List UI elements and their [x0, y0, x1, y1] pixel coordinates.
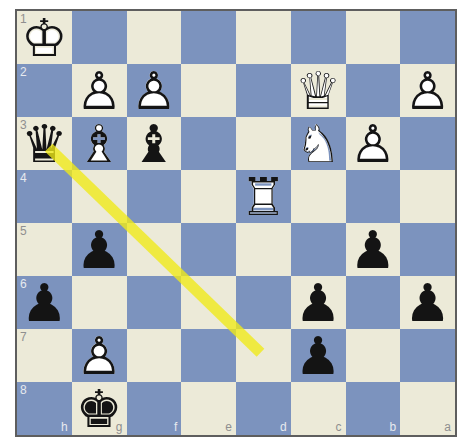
white-pawn-icon[interactable]: ♟♙	[400, 64, 455, 117]
square-b8[interactable]: b	[346, 382, 401, 435]
square-c3[interactable]: ♞♘	[291, 117, 346, 170]
chess-board: 1♚♔2♟♙♟♙♛♕♟♙3♛♝♗♝♞♘♟♙4♜♖5♟♟6♟♟♟7♟♙♟8hg♚f…	[15, 9, 457, 437]
square-g7[interactable]: ♟♙	[72, 329, 127, 382]
square-h3[interactable]: 3♛	[17, 117, 72, 170]
square-h1[interactable]: 1♚♔	[17, 11, 72, 64]
square-e7[interactable]	[181, 329, 236, 382]
square-h8[interactable]: 8h	[17, 382, 72, 435]
white-pawn-icon[interactable]: ♟♙	[127, 64, 182, 117]
square-d5[interactable]	[236, 223, 291, 276]
black-pawn-icon[interactable]: ♟	[291, 276, 346, 329]
file-label-e: e	[225, 421, 232, 433]
file-label-f: f	[174, 421, 177, 433]
square-g6[interactable]	[72, 276, 127, 329]
rank-label-7: 7	[20, 331, 27, 343]
square-c7[interactable]: ♟	[291, 329, 346, 382]
square-a2[interactable]: ♟♙	[400, 64, 455, 117]
square-a1[interactable]	[400, 11, 455, 64]
square-f6[interactable]	[127, 276, 182, 329]
square-e8[interactable]: e	[181, 382, 236, 435]
square-b4[interactable]	[346, 170, 401, 223]
square-f7[interactable]	[127, 329, 182, 382]
square-c4[interactable]	[291, 170, 346, 223]
square-h4[interactable]: 4	[17, 170, 72, 223]
white-rook-icon[interactable]: ♜♖	[236, 170, 291, 223]
square-d6[interactable]	[236, 276, 291, 329]
black-king-icon[interactable]: ♚	[72, 382, 127, 435]
square-a7[interactable]	[400, 329, 455, 382]
white-pawn-icon[interactable]: ♟♙	[72, 64, 127, 117]
rank-label-8: 8	[20, 384, 27, 396]
file-label-b: b	[390, 421, 397, 433]
square-d1[interactable]	[236, 11, 291, 64]
rank-label-2: 2	[20, 66, 27, 78]
black-pawn-icon[interactable]: ♟	[400, 276, 455, 329]
black-bishop-icon[interactable]: ♝	[127, 117, 182, 170]
square-d2[interactable]	[236, 64, 291, 117]
black-pawn-icon[interactable]: ♟	[17, 276, 72, 329]
square-b2[interactable]	[346, 64, 401, 117]
white-king-icon[interactable]: ♚♔	[17, 11, 72, 64]
white-queen-icon[interactable]: ♛♕	[291, 64, 346, 117]
white-bishop-icon[interactable]: ♝♗	[72, 117, 127, 170]
square-g5[interactable]: ♟	[72, 223, 127, 276]
square-a8[interactable]: a	[400, 382, 455, 435]
square-a4[interactable]	[400, 170, 455, 223]
black-pawn-icon[interactable]: ♟	[346, 223, 401, 276]
square-h7[interactable]: 7	[17, 329, 72, 382]
square-g2[interactable]: ♟♙	[72, 64, 127, 117]
square-b7[interactable]	[346, 329, 401, 382]
square-h6[interactable]: 6♟	[17, 276, 72, 329]
file-label-c: c	[336, 421, 342, 433]
square-f5[interactable]	[127, 223, 182, 276]
square-c8[interactable]: c	[291, 382, 346, 435]
square-e1[interactable]	[181, 11, 236, 64]
black-pawn-icon[interactable]: ♟	[72, 223, 127, 276]
rank-label-5: 5	[20, 225, 27, 237]
square-c6[interactable]: ♟	[291, 276, 346, 329]
square-e2[interactable]	[181, 64, 236, 117]
file-label-d: d	[280, 421, 287, 433]
file-label-h: h	[61, 421, 68, 433]
black-queen-icon[interactable]: ♛	[17, 117, 72, 170]
square-c2[interactable]: ♛♕	[291, 64, 346, 117]
white-pawn-icon[interactable]: ♟♙	[346, 117, 401, 170]
square-e5[interactable]	[181, 223, 236, 276]
square-g8[interactable]: g♚	[72, 382, 127, 435]
square-f8[interactable]: f	[127, 382, 182, 435]
square-a5[interactable]	[400, 223, 455, 276]
square-b1[interactable]	[346, 11, 401, 64]
chess-app-stage: 1♚♔2♟♙♟♙♛♕♟♙3♛♝♗♝♞♘♟♙4♜♖5♟♟6♟♟♟7♟♙♟8hg♚f…	[0, 0, 474, 447]
square-g1[interactable]	[72, 11, 127, 64]
square-c5[interactable]	[291, 223, 346, 276]
square-g4[interactable]	[72, 170, 127, 223]
square-b6[interactable]	[346, 276, 401, 329]
white-pawn-icon[interactable]: ♟♙	[72, 329, 127, 382]
square-d3[interactable]	[236, 117, 291, 170]
square-f2[interactable]: ♟♙	[127, 64, 182, 117]
square-f3[interactable]: ♝	[127, 117, 182, 170]
square-d4[interactable]: ♜♖	[236, 170, 291, 223]
square-a3[interactable]	[400, 117, 455, 170]
rank-label-4: 4	[20, 172, 27, 184]
square-d7[interactable]	[236, 329, 291, 382]
square-f1[interactable]	[127, 11, 182, 64]
square-a6[interactable]: ♟	[400, 276, 455, 329]
square-e6[interactable]	[181, 276, 236, 329]
black-pawn-icon[interactable]: ♟	[291, 329, 346, 382]
white-knight-icon[interactable]: ♞♘	[291, 117, 346, 170]
square-g3[interactable]: ♝♗	[72, 117, 127, 170]
square-e4[interactable]	[181, 170, 236, 223]
square-f4[interactable]	[127, 170, 182, 223]
square-c1[interactable]	[291, 11, 346, 64]
square-h2[interactable]: 2	[17, 64, 72, 117]
square-b5[interactable]: ♟	[346, 223, 401, 276]
file-label-a: a	[444, 421, 451, 433]
square-e3[interactable]	[181, 117, 236, 170]
square-b3[interactable]: ♟♙	[346, 117, 401, 170]
square-d8[interactable]: d	[236, 382, 291, 435]
square-h5[interactable]: 5	[17, 223, 72, 276]
